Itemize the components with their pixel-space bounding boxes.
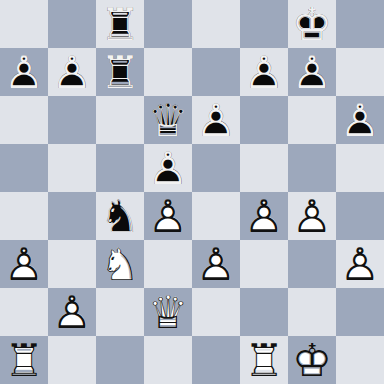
square-c5[interactable] xyxy=(96,144,144,192)
square-g5[interactable] xyxy=(288,144,336,192)
black-pawn-outline-icon: ♙ xyxy=(192,96,240,144)
piece-black-pawn[interactable]: ♟♙ xyxy=(192,96,240,144)
square-b1[interactable] xyxy=(48,336,96,384)
square-d2[interactable]: ♛♕ xyxy=(144,288,192,336)
black-pawn-outline-icon: ♙ xyxy=(144,144,192,192)
black-rook-outline-icon: ♖ xyxy=(96,0,144,48)
square-g1[interactable]: ♚♔ xyxy=(288,336,336,384)
square-a4[interactable] xyxy=(0,192,48,240)
white-rook-outline-icon: ♖ xyxy=(0,336,48,384)
black-pawn-outline-icon: ♙ xyxy=(240,48,288,96)
square-f4[interactable]: ♟♙ xyxy=(240,192,288,240)
square-g8[interactable]: ♚♔ xyxy=(288,0,336,48)
piece-white-knight[interactable]: ♞♘ xyxy=(96,240,144,288)
square-a1[interactable]: ♜♖ xyxy=(0,336,48,384)
square-c3[interactable]: ♞♘ xyxy=(96,240,144,288)
white-king-outline-icon: ♔ xyxy=(288,336,336,384)
piece-white-pawn[interactable]: ♟♙ xyxy=(240,192,288,240)
square-g6[interactable] xyxy=(288,96,336,144)
square-a7[interactable]: ♟♙ xyxy=(0,48,48,96)
square-d8[interactable] xyxy=(144,0,192,48)
piece-black-pawn[interactable]: ♟♙ xyxy=(336,96,384,144)
square-h4[interactable] xyxy=(336,192,384,240)
piece-black-knight[interactable]: ♞♘ xyxy=(96,192,144,240)
square-h3[interactable]: ♟♙ xyxy=(336,240,384,288)
square-h2[interactable] xyxy=(336,288,384,336)
square-e1[interactable] xyxy=(192,336,240,384)
square-d5[interactable]: ♟♙ xyxy=(144,144,192,192)
square-g7[interactable]: ♟♙ xyxy=(288,48,336,96)
square-f7[interactable]: ♟♙ xyxy=(240,48,288,96)
piece-white-pawn[interactable]: ♟♙ xyxy=(144,192,192,240)
square-a3[interactable]: ♟♙ xyxy=(0,240,48,288)
square-a6[interactable] xyxy=(0,96,48,144)
white-pawn-outline-icon: ♙ xyxy=(48,288,96,336)
piece-black-pawn[interactable]: ♟♙ xyxy=(0,48,48,96)
square-b2[interactable]: ♟♙ xyxy=(48,288,96,336)
piece-black-pawn[interactable]: ♟♙ xyxy=(288,48,336,96)
square-a8[interactable] xyxy=(0,0,48,48)
square-b6[interactable] xyxy=(48,96,96,144)
square-c1[interactable] xyxy=(96,336,144,384)
square-f6[interactable] xyxy=(240,96,288,144)
square-e8[interactable] xyxy=(192,0,240,48)
piece-white-rook[interactable]: ♜♖ xyxy=(240,336,288,384)
white-pawn-outline-icon: ♙ xyxy=(240,192,288,240)
square-f3[interactable] xyxy=(240,240,288,288)
square-d6[interactable]: ♛♕ xyxy=(144,96,192,144)
square-d1[interactable] xyxy=(144,336,192,384)
square-f8[interactable] xyxy=(240,0,288,48)
piece-black-rook[interactable]: ♜♖ xyxy=(96,48,144,96)
square-c2[interactable] xyxy=(96,288,144,336)
black-rook-outline-icon: ♖ xyxy=(96,48,144,96)
piece-black-rook[interactable]: ♜♖ xyxy=(96,0,144,48)
piece-white-pawn[interactable]: ♟♙ xyxy=(288,192,336,240)
white-pawn-outline-icon: ♙ xyxy=(288,192,336,240)
piece-black-pawn[interactable]: ♟♙ xyxy=(240,48,288,96)
square-f2[interactable] xyxy=(240,288,288,336)
square-c7[interactable]: ♜♖ xyxy=(96,48,144,96)
square-a5[interactable] xyxy=(0,144,48,192)
square-e6[interactable]: ♟♙ xyxy=(192,96,240,144)
piece-white-pawn[interactable]: ♟♙ xyxy=(0,240,48,288)
square-c4[interactable]: ♞♘ xyxy=(96,192,144,240)
piece-white-king[interactable]: ♚♔ xyxy=(288,336,336,384)
white-queen-outline-icon: ♕ xyxy=(144,288,192,336)
square-b5[interactable] xyxy=(48,144,96,192)
square-h5[interactable] xyxy=(336,144,384,192)
square-f5[interactable] xyxy=(240,144,288,192)
square-b3[interactable] xyxy=(48,240,96,288)
square-b8[interactable] xyxy=(48,0,96,48)
black-knight-outline-icon: ♘ xyxy=(96,192,144,240)
square-d4[interactable]: ♟♙ xyxy=(144,192,192,240)
square-c6[interactable] xyxy=(96,96,144,144)
square-e4[interactable] xyxy=(192,192,240,240)
square-g4[interactable]: ♟♙ xyxy=(288,192,336,240)
piece-black-king[interactable]: ♚♔ xyxy=(288,0,336,48)
square-e5[interactable] xyxy=(192,144,240,192)
square-e2[interactable] xyxy=(192,288,240,336)
square-a2[interactable] xyxy=(0,288,48,336)
square-c8[interactable]: ♜♖ xyxy=(96,0,144,48)
white-pawn-outline-icon: ♙ xyxy=(192,240,240,288)
piece-black-pawn[interactable]: ♟♙ xyxy=(144,144,192,192)
black-pawn-outline-icon: ♙ xyxy=(48,48,96,96)
piece-white-pawn[interactable]: ♟♙ xyxy=(48,288,96,336)
piece-black-queen[interactable]: ♛♕ xyxy=(144,96,192,144)
square-h8[interactable] xyxy=(336,0,384,48)
black-pawn-outline-icon: ♙ xyxy=(288,48,336,96)
white-pawn-outline-icon: ♙ xyxy=(0,240,48,288)
square-d7[interactable] xyxy=(144,48,192,96)
square-h7[interactable] xyxy=(336,48,384,96)
white-rook-outline-icon: ♖ xyxy=(240,336,288,384)
square-g3[interactable] xyxy=(288,240,336,288)
piece-white-pawn[interactable]: ♟♙ xyxy=(192,240,240,288)
white-pawn-outline-icon: ♙ xyxy=(144,192,192,240)
black-pawn-outline-icon: ♙ xyxy=(336,96,384,144)
square-e3[interactable]: ♟♙ xyxy=(192,240,240,288)
black-pawn-outline-icon: ♙ xyxy=(0,48,48,96)
square-b7[interactable]: ♟♙ xyxy=(48,48,96,96)
square-d3[interactable] xyxy=(144,240,192,288)
square-g2[interactable] xyxy=(288,288,336,336)
piece-white-queen[interactable]: ♛♕ xyxy=(144,288,192,336)
square-h6[interactable]: ♟♙ xyxy=(336,96,384,144)
square-e7[interactable] xyxy=(192,48,240,96)
square-b4[interactable] xyxy=(48,192,96,240)
piece-white-pawn[interactable]: ♟♙ xyxy=(336,240,384,288)
piece-white-rook[interactable]: ♜♖ xyxy=(0,336,48,384)
square-f1[interactable]: ♜♖ xyxy=(240,336,288,384)
black-king-outline-icon: ♔ xyxy=(288,0,336,48)
chess-board: ♜♖♚♔♟♙♟♙♜♖♟♙♟♙♛♕♟♙♟♙♟♙♞♘♟♙♟♙♟♙♟♙♞♘♟♙♟♙♟♙… xyxy=(0,0,384,384)
square-h1[interactable] xyxy=(336,336,384,384)
white-pawn-outline-icon: ♙ xyxy=(336,240,384,288)
white-knight-outline-icon: ♘ xyxy=(96,240,144,288)
black-queen-outline-icon: ♕ xyxy=(144,96,192,144)
piece-black-pawn[interactable]: ♟♙ xyxy=(48,48,96,96)
